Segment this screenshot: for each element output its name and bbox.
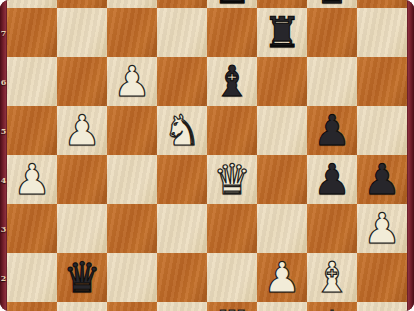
black-king-g8: ♚ — [307, 0, 357, 13]
square-h7[interactable] — [357, 8, 407, 57]
white-pawn-b5: ♟ — [57, 106, 107, 155]
black-pawn-g5: ♟ — [307, 106, 357, 155]
white-pawn-a4: ♟ — [7, 155, 57, 204]
square-b8[interactable] — [57, 0, 107, 8]
square-b5[interactable]: ♟ — [57, 106, 107, 155]
square-h2[interactable] — [357, 253, 407, 302]
square-c6[interactable]: ♟ — [107, 57, 157, 106]
square-f7[interactable]: ♜ — [257, 8, 307, 57]
square-e3[interactable] — [207, 204, 257, 253]
black-pawn-g4: ♟ — [307, 155, 357, 204]
square-h6[interactable] — [357, 57, 407, 106]
black-bishop-e6: ♝ — [207, 57, 257, 106]
square-b2[interactable]: ♛ — [57, 253, 107, 302]
square-c2[interactable] — [107, 253, 157, 302]
square-h8[interactable] — [357, 0, 407, 8]
white-queen-e4: ♛ — [207, 155, 257, 204]
square-c8[interactable] — [107, 0, 157, 8]
square-a3[interactable] — [7, 204, 57, 253]
white-king-g1: ♚ — [307, 302, 357, 311]
square-f3[interactable] — [257, 204, 307, 253]
white-rook-e1: ♜ — [207, 302, 257, 311]
square-h3[interactable]: ♟ — [357, 204, 407, 253]
square-c5[interactable] — [107, 106, 157, 155]
square-g5[interactable]: ♟ — [307, 106, 357, 155]
square-d1[interactable] — [157, 302, 207, 311]
square-e5[interactable] — [207, 106, 257, 155]
chess-diagram: ♜♚♜♟♝♟♞♟♟♛♟♟♟♛♟♝♜♚ 765432 — [0, 0, 414, 311]
square-h4[interactable]: ♟ — [357, 155, 407, 204]
square-a1[interactable] — [7, 302, 57, 311]
board-viewport: ♜♚♜♟♝♟♞♟♟♛♟♟♟♛♟♝♜♚ — [7, 0, 407, 311]
square-d7[interactable] — [157, 8, 207, 57]
square-e7[interactable] — [207, 8, 257, 57]
square-a4[interactable]: ♟ — [7, 155, 57, 204]
black-rook-e8: ♜ — [207, 0, 257, 13]
square-e6[interactable]: ♝ — [207, 57, 257, 106]
square-d4[interactable] — [157, 155, 207, 204]
black-rook-f7: ♜ — [257, 8, 307, 57]
square-b6[interactable] — [57, 57, 107, 106]
square-d8[interactable] — [157, 0, 207, 8]
white-knight-d5: ♞ — [157, 106, 207, 155]
square-g8[interactable]: ♚ — [307, 0, 357, 8]
board-frame-left — [0, 0, 7, 311]
square-g2[interactable]: ♝ — [307, 253, 357, 302]
square-f6[interactable] — [257, 57, 307, 106]
square-c1[interactable] — [107, 302, 157, 311]
square-a6[interactable] — [7, 57, 57, 106]
square-d3[interactable] — [157, 204, 207, 253]
square-e8[interactable]: ♜ — [207, 0, 257, 8]
board-frame-right — [407, 0, 414, 311]
square-g3[interactable] — [307, 204, 357, 253]
square-d6[interactable] — [157, 57, 207, 106]
square-a8[interactable] — [7, 0, 57, 8]
square-c3[interactable] — [107, 204, 157, 253]
black-queen-b2: ♛ — [57, 253, 107, 302]
square-e1[interactable]: ♜ — [207, 302, 257, 311]
square-c7[interactable] — [107, 8, 157, 57]
square-f1[interactable] — [257, 302, 307, 311]
chess-board: ♜♚♜♟♝♟♞♟♟♛♟♟♟♛♟♝♜♚ — [7, 0, 407, 311]
square-b1[interactable] — [57, 302, 107, 311]
square-a2[interactable] — [7, 253, 57, 302]
square-g7[interactable] — [307, 8, 357, 57]
white-bishop-g2: ♝ — [307, 253, 357, 302]
square-f2[interactable]: ♟ — [257, 253, 307, 302]
square-g1[interactable]: ♚ — [307, 302, 357, 311]
square-g6[interactable] — [307, 57, 357, 106]
black-pawn-h4: ♟ — [357, 155, 407, 204]
square-g4[interactable]: ♟ — [307, 155, 357, 204]
square-a7[interactable] — [7, 8, 57, 57]
square-b3[interactable] — [57, 204, 107, 253]
square-b7[interactable] — [57, 8, 107, 57]
square-f5[interactable] — [257, 106, 307, 155]
white-pawn-c6: ♟ — [107, 57, 157, 106]
square-d2[interactable] — [157, 253, 207, 302]
square-e2[interactable] — [207, 253, 257, 302]
square-f4[interactable] — [257, 155, 307, 204]
square-f8[interactable] — [257, 0, 307, 8]
square-c4[interactable] — [107, 155, 157, 204]
square-h1[interactable] — [357, 302, 407, 311]
white-pawn-h3: ♟ — [357, 204, 407, 253]
square-d5[interactable]: ♞ — [157, 106, 207, 155]
square-b4[interactable] — [57, 155, 107, 204]
square-h5[interactable] — [357, 106, 407, 155]
square-a5[interactable] — [7, 106, 57, 155]
white-pawn-f2: ♟ — [257, 253, 307, 302]
square-e4[interactable]: ♛ — [207, 155, 257, 204]
